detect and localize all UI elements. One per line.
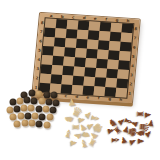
dark-pawn-piece: ♟ — [143, 111, 152, 119]
dark-checker-disc — [25, 113, 32, 120]
light-checker-disc — [18, 113, 25, 120]
light-checker-disc — [32, 113, 39, 120]
dark-checker-disc — [44, 92, 51, 99]
light-checker-disc — [36, 91, 43, 98]
file-label-bottom-e: e — [86, 96, 89, 100]
rank-label-right-6: 6 — [133, 45, 136, 49]
dark-checker-disc — [39, 114, 46, 121]
dark-checker-disc — [10, 99, 17, 106]
file-label-top-f: f — [105, 18, 107, 22]
light-pawn-piece: ♟ — [69, 139, 78, 147]
dark-checker-disc — [29, 90, 36, 97]
file-label-top-e: e — [94, 17, 97, 21]
light-checker-disc — [14, 121, 21, 128]
board-border — [32, 13, 140, 103]
file-label-bottom-h: h — [119, 98, 122, 102]
rank-label-right-4: 4 — [131, 64, 134, 68]
light-checker-disc — [7, 107, 14, 114]
light-checker-disc — [43, 106, 50, 113]
file-label-top-a: a — [50, 14, 53, 18]
dark-checker-disc — [36, 121, 43, 128]
light-checker-disc — [39, 98, 46, 105]
light-checker-disc — [28, 105, 35, 112]
light-checker-disc — [44, 122, 51, 129]
light-checker-disc — [21, 105, 28, 112]
file-label-top-h: h — [126, 19, 129, 23]
light-checker-disc — [22, 120, 29, 127]
dark-checker-disc — [51, 92, 58, 99]
file-label-bottom-g: g — [108, 97, 111, 101]
dark-checker-disc — [31, 98, 38, 105]
rank-label-right-1: 1 — [128, 91, 131, 95]
dark-checker-disc — [50, 107, 57, 114]
rank-label-left-4: 4 — [37, 58, 40, 62]
chess-board: aa88bb77cc66dd55ee44ff33gg22hh11 — [32, 13, 140, 103]
dark-checker-disc — [46, 99, 53, 106]
dark-checker-disc — [36, 106, 43, 113]
rank-label-left-7: 7 — [40, 30, 43, 34]
file-label-bottom-f: f — [98, 97, 100, 101]
rank-label-right-2: 2 — [129, 82, 132, 86]
dark-checker-disc — [53, 100, 60, 107]
file-label-bottom-d: d — [75, 95, 78, 99]
rank-label-left-2: 2 — [35, 76, 38, 80]
dark-checker-disc — [14, 106, 21, 113]
file-label-top-b: b — [61, 15, 64, 19]
rank-label-right-7: 7 — [133, 36, 136, 40]
light-checker-disc — [17, 98, 24, 105]
rank-label-left-8: 8 — [41, 21, 44, 25]
light-checker-disc — [10, 114, 17, 121]
rank-label-left-6: 6 — [39, 39, 42, 43]
rank-label-left-1: 1 — [35, 85, 38, 89]
rank-label-left-5: 5 — [38, 48, 41, 52]
light-checker-disc — [29, 120, 36, 127]
file-label-top-d: d — [83, 16, 86, 20]
dark-pawn-piece: ♟ — [136, 137, 144, 144]
rank-label-right-5: 5 — [132, 55, 135, 59]
rank-label-left-3: 3 — [36, 67, 39, 71]
product-photo: aa88bb77cc66dd55ee44ff33gg22hh11 ♟♛♞♟♟♝♜… — [0, 0, 160, 160]
rank-label-right-8: 8 — [134, 27, 137, 31]
rank-label-right-3: 3 — [130, 73, 133, 77]
board-squares-grid — [39, 18, 134, 97]
file-label-top-g: g — [115, 19, 118, 23]
dark-checker-disc — [24, 97, 31, 104]
light-checker-disc — [47, 114, 54, 121]
file-label-top-c: c — [72, 16, 75, 20]
